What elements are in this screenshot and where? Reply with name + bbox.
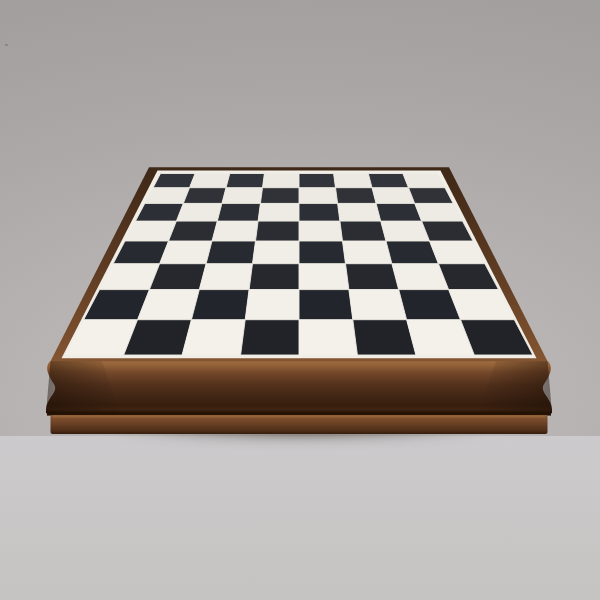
square-r6c5-light	[349, 290, 407, 320]
square-r2c1-light	[176, 203, 222, 221]
square-r2c5-light	[338, 203, 381, 221]
square-r5c5-dark	[346, 264, 399, 290]
square-r5c1-dark	[149, 264, 206, 290]
scene	[0, 0, 600, 600]
square-r5c2-light	[199, 264, 252, 290]
square-r3c5-dark	[340, 221, 386, 241]
square-r0c5-light	[334, 174, 372, 188]
square-r0c7-light	[403, 174, 445, 188]
square-r1c7-dark	[409, 188, 454, 204]
box-molding-side	[46, 361, 552, 413]
square-r1c6-light	[372, 188, 415, 204]
square-r1c1-dark	[183, 188, 226, 204]
square-r0c4-dark	[299, 174, 336, 188]
square-r1c3-dark	[260, 188, 299, 204]
square-r4c2-dark	[206, 241, 255, 264]
square-r0c0-dark	[153, 174, 195, 188]
square-r0c1-light	[190, 174, 230, 188]
square-r1c4-light	[299, 188, 338, 204]
square-r2c2-dark	[217, 203, 260, 221]
square-r7c3-dark	[241, 320, 299, 355]
square-r3c2-light	[212, 221, 258, 241]
square-r0c3-light	[263, 174, 300, 188]
square-r6c4-dark	[299, 290, 353, 320]
square-r1c5-dark	[336, 188, 377, 204]
square-r2c4-dark	[299, 203, 340, 221]
square-r5c4-light	[299, 264, 349, 290]
square-r3c3-dark	[256, 221, 300, 241]
square-r0c6-dark	[368, 174, 408, 188]
square-r3c6-light	[381, 221, 430, 241]
square-r4c5-light	[343, 241, 392, 264]
square-r7c4-light	[299, 320, 357, 355]
square-r4c3-light	[253, 241, 300, 264]
square-r7c5-dark	[353, 320, 416, 355]
square-r4c6-dark	[386, 241, 438, 264]
square-r0c2-dark	[226, 174, 264, 188]
square-r5c3-dark	[249, 264, 299, 290]
square-r6c2-dark	[191, 290, 249, 320]
box-base	[51, 415, 548, 434]
square-r3c1-dark	[169, 221, 218, 241]
square-r2c6-dark	[376, 203, 422, 221]
chess-box	[0, 0, 600, 600]
box-base-highlight	[53, 415, 545, 417]
square-r4c4-dark	[299, 241, 346, 264]
square-r3c4-light	[299, 221, 343, 241]
square-r6c3-light	[245, 290, 299, 320]
square-r7c2-light	[182, 320, 245, 355]
square-r2c3-light	[258, 203, 299, 221]
square-r1c2-light	[222, 188, 263, 204]
square-r4c1-light	[160, 241, 212, 264]
